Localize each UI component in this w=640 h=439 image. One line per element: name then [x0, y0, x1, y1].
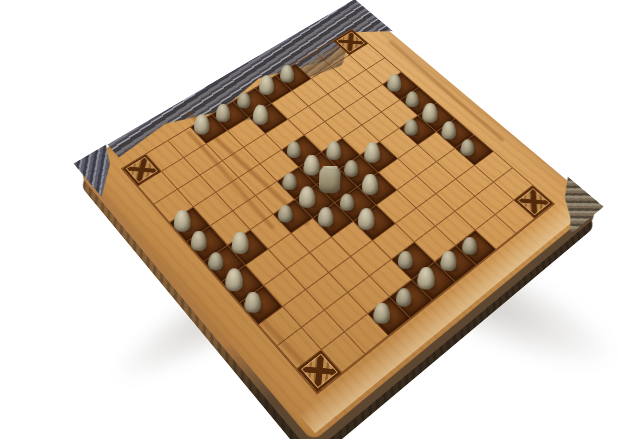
attacker-piece[interactable]	[405, 90, 419, 107]
corner-mark-cell[interactable]	[333, 29, 368, 54]
board-cell[interactable]	[212, 101, 249, 130]
board-cell[interactable]	[455, 165, 494, 197]
attacker-piece[interactable]	[259, 75, 275, 95]
board-cell[interactable]	[396, 176, 435, 208]
board-cell[interactable]	[417, 162, 456, 194]
defender-piece[interactable]	[299, 185, 316, 207]
board-cell[interactable]	[295, 52, 330, 79]
attacker-piece[interactable]	[397, 250, 413, 269]
attacker-piece[interactable]	[396, 287, 412, 306]
board-cell[interactable]	[398, 145, 436, 176]
board-cell[interactable]	[436, 148, 474, 179]
attacker-piece[interactable]	[190, 230, 207, 251]
board-cell[interactable]	[328, 81, 364, 109]
defender-piece[interactable]	[278, 204, 293, 222]
wood-grain-streak	[388, 40, 505, 142]
board-cell[interactable]	[383, 72, 419, 99]
attacker-piece[interactable]	[231, 231, 249, 254]
board-cell[interactable]	[325, 109, 362, 138]
board-grid	[121, 28, 555, 394]
board-cell[interactable]	[168, 127, 206, 157]
product-photo-canvas	[0, 0, 640, 439]
board-cell[interactable]	[380, 128, 418, 158]
board-cell[interactable]	[275, 64, 311, 91]
board-cell[interactable]	[331, 55, 366, 82]
attacker-piece[interactable]	[208, 252, 224, 271]
board-cell[interactable]	[314, 40, 349, 66]
defender-piece[interactable]	[364, 142, 381, 163]
board-cell[interactable]	[349, 43, 384, 69]
board-cell[interactable]	[364, 84, 400, 112]
board-cell[interactable]	[455, 197, 495, 230]
board-3d-scene	[144, 0, 531, 378]
defender-piece[interactable]	[286, 140, 301, 157]
defender-piece[interactable]	[357, 207, 375, 230]
board-cell[interactable]	[357, 172, 396, 204]
board-cell[interactable]	[222, 147, 260, 178]
attacker-piece[interactable]	[225, 268, 244, 292]
board-cell[interactable]	[436, 179, 475, 212]
defender-piece[interactable]	[362, 173, 379, 195]
attacker-piece[interactable]	[461, 236, 477, 255]
attacker-piece[interactable]	[440, 250, 457, 271]
board-cell[interactable]	[308, 94, 345, 122]
defender-piece[interactable]	[340, 193, 355, 211]
board-cell[interactable]	[288, 106, 325, 135]
board-cell[interactable]	[474, 151, 512, 182]
board-cell[interactable]	[255, 75, 291, 103]
board-cell[interactable]	[265, 119, 304, 150]
board-cell[interactable]	[190, 114, 227, 144]
attacker-piece[interactable]	[194, 114, 210, 135]
board-cell[interactable]	[311, 66, 347, 93]
hnefatafl-board	[144, 0, 531, 378]
defender-piece[interactable]	[326, 140, 342, 159]
attacker-piece[interactable]	[216, 103, 231, 122]
board-cell[interactable]	[184, 144, 222, 175]
board-cell[interactable]	[282, 135, 322, 167]
attacker-piece[interactable]	[387, 73, 402, 91]
board-cell[interactable]	[291, 78, 327, 106]
attacker-piece[interactable]	[461, 138, 475, 155]
board-cell[interactable]	[400, 87, 436, 115]
board-cell[interactable]	[360, 142, 398, 173]
attacker-piece[interactable]	[373, 302, 391, 324]
board-cell[interactable]	[304, 122, 342, 152]
attacker-piece[interactable]	[279, 64, 294, 82]
board-cell[interactable]	[345, 97, 382, 126]
defender-piece[interactable]	[344, 159, 359, 177]
board-cell[interactable]	[455, 134, 493, 164]
attacker-piece[interactable]	[441, 120, 456, 139]
board-cell[interactable]	[366, 58, 402, 85]
board-cell[interactable]	[399, 115, 436, 144]
board-cell[interactable]	[436, 118, 473, 148]
attacker-piece[interactable]	[252, 104, 268, 125]
board-cell[interactable]	[249, 103, 288, 133]
board-cell[interactable]	[381, 100, 418, 129]
board-cell[interactable]	[206, 130, 244, 160]
board-cell[interactable]	[417, 131, 455, 161]
board-cell[interactable]	[145, 140, 183, 171]
king-piece[interactable]	[318, 165, 340, 193]
board-cell[interactable]	[378, 158, 417, 190]
board-cell[interactable]	[347, 69, 383, 96]
attacker-piece[interactable]	[237, 92, 251, 109]
corner-mark-cell[interactable]	[122, 154, 161, 186]
board-cell[interactable]	[244, 133, 282, 164]
attacker-piece[interactable]	[422, 102, 438, 123]
board-cell[interactable]	[271, 91, 308, 119]
board-cell[interactable]	[228, 117, 265, 147]
bark-live-edge-inner	[207, 36, 367, 139]
defender-piece[interactable]	[318, 206, 334, 226]
board-cell[interactable]	[418, 103, 455, 132]
board-cell[interactable]	[362, 112, 399, 141]
defender-piece[interactable]	[282, 172, 297, 190]
board-cell[interactable]	[233, 88, 271, 117]
attacker-piece[interactable]	[404, 119, 418, 136]
board-cell[interactable]	[342, 125, 380, 155]
defender-piece[interactable]	[303, 154, 320, 176]
